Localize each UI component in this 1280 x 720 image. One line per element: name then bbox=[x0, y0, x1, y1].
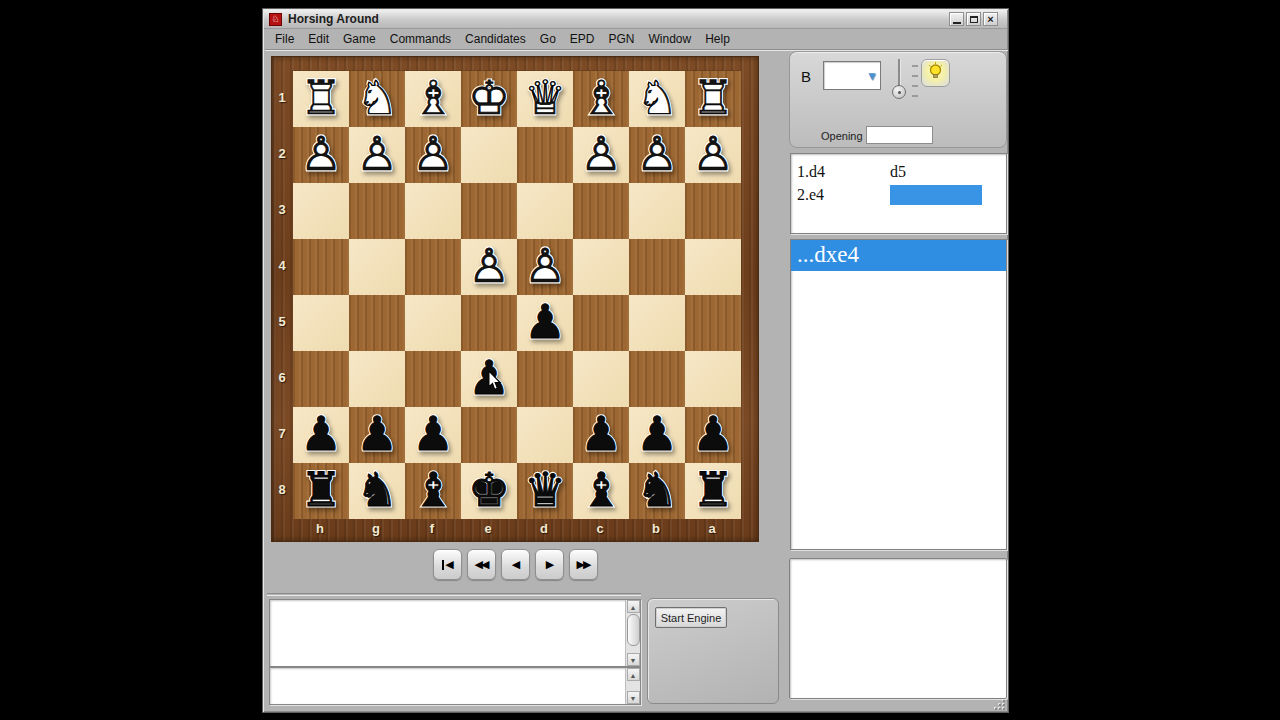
piece-white-p-f2: ♟♙ bbox=[405, 127, 461, 183]
square-a5[interactable] bbox=[685, 295, 741, 351]
restore-icon bbox=[970, 16, 978, 23]
file-label-b: b bbox=[628, 518, 684, 543]
square-g1[interactable]: ♞♘ bbox=[349, 71, 405, 127]
scrollbar[interactable]: ▲ ▼ bbox=[625, 668, 640, 704]
opening-label: Opening bbox=[821, 130, 863, 142]
piece-black-b-f8: ♝♝ bbox=[405, 463, 461, 519]
piece-black-q-d8: ♛♛ bbox=[517, 463, 573, 519]
piece-black-p-f7: ♟♟ bbox=[405, 407, 461, 463]
app-window: ♘ Horsing Around × FileEditGameCommandsC… bbox=[262, 8, 1009, 713]
hint-button[interactable] bbox=[921, 59, 950, 87]
menu-commands[interactable]: Commands bbox=[390, 32, 451, 46]
square-e2[interactable] bbox=[461, 127, 517, 183]
square-d7[interactable] bbox=[517, 407, 573, 463]
candidate-move-list[interactable]: ...dxe4 bbox=[790, 239, 1007, 550]
square-b2[interactable]: ♟♙ bbox=[629, 127, 685, 183]
square-e4[interactable]: ♟♙ bbox=[461, 239, 517, 295]
square-f6[interactable] bbox=[405, 351, 461, 407]
square-b5[interactable] bbox=[629, 295, 685, 351]
piece-white-n-g1: ♞♘ bbox=[349, 71, 405, 127]
file-label-a: a bbox=[684, 518, 740, 543]
square-h6[interactable] bbox=[293, 351, 349, 407]
menu-go[interactable]: Go bbox=[540, 32, 556, 46]
square-h1[interactable]: ♜♖ bbox=[293, 71, 349, 127]
back-button[interactable]: ◀ bbox=[501, 549, 530, 580]
square-g7[interactable]: ♟♟ bbox=[349, 407, 405, 463]
file-label-f: f bbox=[404, 518, 460, 543]
rank-label-3: 3 bbox=[272, 182, 292, 238]
square-d5[interactable]: ♟♟ bbox=[517, 295, 573, 351]
square-d6[interactable] bbox=[517, 351, 573, 407]
menu-bar: FileEditGameCommandsCandidatesGoEPDPGNWi… bbox=[265, 30, 1006, 48]
square-c1[interactable]: ♝♗ bbox=[573, 71, 629, 127]
square-a2[interactable]: ♟♙ bbox=[685, 127, 741, 183]
engine-panel: Start Engine bbox=[647, 598, 779, 704]
file-label-c: c bbox=[572, 518, 628, 543]
piece-white-q-d1: ♛♕ bbox=[517, 71, 573, 127]
piece-black-n-g8: ♞♞ bbox=[349, 463, 405, 519]
chess-board: ♜♖♞♘♝♗♚♔♛♕♝♗♞♘♜♖♟♙♟♙♟♙♟♙♟♙♟♙♟♙♟♙♟♟♟♟♟♟♟♟… bbox=[271, 56, 759, 542]
file-label-g: g bbox=[348, 518, 404, 543]
scroll-up-icon[interactable]: ▲ bbox=[627, 668, 640, 681]
piece-white-r-h1: ♜♖ bbox=[293, 71, 349, 127]
close-icon: × bbox=[987, 14, 993, 24]
square-a6[interactable] bbox=[685, 351, 741, 407]
go-to-start-button[interactable]: ◀ bbox=[433, 549, 462, 580]
square-f7[interactable]: ♟♟ bbox=[405, 407, 461, 463]
rank-label-6: 6 bbox=[272, 350, 292, 406]
move-list[interactable]: 1.d4d52.e4 bbox=[790, 153, 1007, 234]
mouse-cursor-icon bbox=[487, 371, 502, 391]
piece-white-p-e4: ♟♙ bbox=[461, 239, 517, 295]
square-e7[interactable] bbox=[461, 407, 517, 463]
square-c3[interactable] bbox=[573, 183, 629, 239]
piece-white-r-a1: ♜♖ bbox=[685, 71, 741, 127]
square-b7[interactable]: ♟♟ bbox=[629, 407, 685, 463]
bar-icon bbox=[442, 560, 444, 570]
square-g5[interactable] bbox=[349, 295, 405, 351]
square-f3[interactable] bbox=[405, 183, 461, 239]
square-g4[interactable] bbox=[349, 239, 405, 295]
piece-white-p-c2: ♟♙ bbox=[573, 127, 629, 183]
move-row[interactable]: 1.d4d5 bbox=[797, 160, 1006, 183]
file-label-h: h bbox=[292, 518, 348, 543]
square-e5[interactable] bbox=[461, 295, 517, 351]
square-b4[interactable] bbox=[629, 239, 685, 295]
rank-label-7: 7 bbox=[272, 406, 292, 462]
rank-label-8: 8 bbox=[272, 462, 292, 518]
scroll-thumb[interactable] bbox=[627, 614, 640, 646]
piece-white-p-g2: ♟♙ bbox=[349, 127, 405, 183]
square-a8[interactable]: ♜♜ bbox=[685, 463, 741, 519]
move-row[interactable]: 2.e4 bbox=[797, 183, 1006, 206]
restore-button[interactable] bbox=[966, 12, 981, 26]
scroll-down-icon[interactable]: ▼ bbox=[627, 691, 640, 704]
opening-field[interactable] bbox=[866, 126, 933, 144]
board-grid: ♜♖♞♘♝♗♚♔♛♕♝♗♞♘♜♖♟♙♟♙♟♙♟♙♟♙♟♙♟♙♟♙♟♟♟♟♟♟♟♟… bbox=[292, 70, 740, 518]
file-label-e: e bbox=[460, 518, 516, 543]
square-d3[interactable] bbox=[517, 183, 573, 239]
square-e8[interactable]: ♚♚ bbox=[461, 463, 517, 519]
menu-file[interactable]: File bbox=[275, 32, 294, 46]
piece-white-p-h2: ♟♙ bbox=[293, 127, 349, 183]
square-c5[interactable] bbox=[573, 295, 629, 351]
square-f4[interactable] bbox=[405, 239, 461, 295]
piece-white-b-f1: ♝♗ bbox=[405, 71, 461, 127]
menu-window[interactable]: Window bbox=[649, 32, 692, 46]
square-e6[interactable]: ♟♟ bbox=[461, 351, 517, 407]
square-g6[interactable] bbox=[349, 351, 405, 407]
menu-pgn[interactable]: PGN bbox=[609, 32, 635, 46]
piece-black-p-d5: ♟♟ bbox=[517, 295, 573, 351]
message-box[interactable]: ▲ ▼ bbox=[269, 667, 641, 705]
move-white[interactable]: 1.d4 bbox=[797, 163, 890, 181]
resize-grip[interactable] bbox=[995, 700, 1005, 710]
move-white[interactable]: 2.e4 bbox=[797, 186, 890, 204]
square-h5[interactable] bbox=[293, 295, 349, 351]
scrollbar[interactable]: ▲ ▼ bbox=[625, 600, 640, 666]
square-b1[interactable]: ♞♘ bbox=[629, 71, 685, 127]
menu-epd[interactable]: EPD bbox=[570, 32, 595, 46]
piece-black-n-b8: ♞♞ bbox=[629, 463, 685, 519]
piece-white-p-d4: ♟♙ bbox=[517, 239, 573, 295]
info-panel[interactable] bbox=[789, 558, 1007, 699]
strength-slider[interactable] bbox=[890, 57, 916, 103]
dropdown-arrow-icon[interactable]: ▼ bbox=[866, 69, 878, 83]
rank-label-4: 4 bbox=[272, 238, 292, 294]
menu-help[interactable]: Help bbox=[705, 32, 730, 46]
title-bar[interactable]: ♘ Horsing Around × bbox=[264, 10, 1007, 29]
square-d2[interactable] bbox=[517, 127, 573, 183]
fast-forward-icon: ▶▶ bbox=[577, 558, 590, 571]
move-navigation: ◀◀◀◀▶▶▶ bbox=[271, 549, 759, 583]
square-a1[interactable]: ♜♖ bbox=[685, 71, 741, 127]
piece-black-p-b7: ♟♟ bbox=[629, 407, 685, 463]
square-h3[interactable] bbox=[293, 183, 349, 239]
square-e1[interactable]: ♚♔ bbox=[461, 71, 517, 127]
scroll-up-icon[interactable]: ▲ bbox=[627, 600, 640, 613]
square-b8[interactable]: ♞♞ bbox=[629, 463, 685, 519]
square-a4[interactable] bbox=[685, 239, 741, 295]
menu-candidates[interactable]: Candidates bbox=[465, 32, 526, 46]
candidate-move[interactable]: ...dxe4 bbox=[791, 240, 1006, 271]
square-h4[interactable] bbox=[293, 239, 349, 295]
engine-output-box[interactable]: ▲ ▼ bbox=[269, 599, 641, 667]
piece-black-p-a7: ♟♟ bbox=[685, 407, 741, 463]
square-f8[interactable]: ♝♝ bbox=[405, 463, 461, 519]
back-icon: ◀ bbox=[512, 558, 518, 571]
square-c2[interactable]: ♟♙ bbox=[573, 127, 629, 183]
scroll-down-icon[interactable]: ▼ bbox=[627, 653, 640, 666]
start-engine-button[interactable]: Start Engine bbox=[655, 607, 727, 628]
square-a3[interactable] bbox=[685, 183, 741, 239]
piece-white-p-b2: ♟♙ bbox=[629, 127, 685, 183]
piece-black-r-h8: ♜♜ bbox=[293, 463, 349, 519]
rank-label-5: 5 bbox=[272, 294, 292, 350]
square-h2[interactable]: ♟♙ bbox=[293, 127, 349, 183]
forward-button[interactable]: ▶ bbox=[535, 549, 564, 580]
piece-black-b-c8: ♝♝ bbox=[573, 463, 629, 519]
square-a7[interactable]: ♟♟ bbox=[685, 407, 741, 463]
piece-black-p-h7: ♟♟ bbox=[293, 407, 349, 463]
square-g2[interactable]: ♟♙ bbox=[349, 127, 405, 183]
move-black[interactable] bbox=[890, 185, 1006, 205]
rank-label-2: 2 bbox=[272, 126, 292, 182]
piece-black-p-g7: ♟♟ bbox=[349, 407, 405, 463]
move-black[interactable]: d5 bbox=[890, 163, 1006, 181]
fast-back-button[interactable]: ◀◀ bbox=[467, 549, 496, 580]
close-button[interactable]: × bbox=[983, 12, 998, 26]
square-c8[interactable]: ♝♝ bbox=[573, 463, 629, 519]
window-title: Horsing Around bbox=[288, 12, 379, 26]
piece-white-n-b1: ♞♘ bbox=[629, 71, 685, 127]
engine-combo[interactable]: ▼ bbox=[823, 61, 881, 90]
square-f2[interactable]: ♟♙ bbox=[405, 127, 461, 183]
square-c4[interactable] bbox=[573, 239, 629, 295]
square-f5[interactable] bbox=[405, 295, 461, 351]
square-f1[interactable]: ♝♗ bbox=[405, 71, 461, 127]
slider-knob[interactable] bbox=[892, 85, 906, 99]
file-label-d: d bbox=[516, 518, 572, 543]
square-h8[interactable]: ♜♜ bbox=[293, 463, 349, 519]
minimize-icon bbox=[953, 22, 961, 24]
square-g3[interactable] bbox=[349, 183, 405, 239]
analysis-groupbox: B ▼ Opening bbox=[789, 51, 1007, 148]
square-e3[interactable] bbox=[461, 183, 517, 239]
fast-forward-button[interactable]: ▶▶ bbox=[569, 549, 598, 580]
minimize-button[interactable] bbox=[949, 12, 964, 26]
rank-label-1: 1 bbox=[272, 70, 292, 126]
menu-edit[interactable]: Edit bbox=[308, 32, 329, 46]
square-d4[interactable]: ♟♙ bbox=[517, 239, 573, 295]
square-c7[interactable]: ♟♟ bbox=[573, 407, 629, 463]
menu-game[interactable]: Game bbox=[343, 32, 376, 46]
fast-back-icon: ◀◀ bbox=[475, 558, 488, 571]
square-b3[interactable] bbox=[629, 183, 685, 239]
piece-black-k-e8: ♚♚ bbox=[461, 463, 517, 519]
piece-white-b-c1: ♝♗ bbox=[573, 71, 629, 127]
square-d8[interactable]: ♛♛ bbox=[517, 463, 573, 519]
go-to-start-icon: ◀ bbox=[445, 558, 451, 571]
piece-white-p-a2: ♟♙ bbox=[685, 127, 741, 183]
piece-black-p-c7: ♟♟ bbox=[573, 407, 629, 463]
piece-black-r-a8: ♜♜ bbox=[685, 463, 741, 519]
square-h7[interactable]: ♟♟ bbox=[293, 407, 349, 463]
side-to-move-label: B bbox=[801, 68, 811, 85]
app-icon: ♘ bbox=[269, 13, 282, 26]
divider bbox=[267, 593, 641, 596]
lightbulb-icon bbox=[922, 60, 949, 86]
forward-icon: ▶ bbox=[546, 558, 552, 571]
piece-white-k-e1: ♚♔ bbox=[461, 71, 517, 127]
square-b6[interactable] bbox=[629, 351, 685, 407]
square-c6[interactable] bbox=[573, 351, 629, 407]
square-g8[interactable]: ♞♞ bbox=[349, 463, 405, 519]
current-move-highlight bbox=[890, 185, 982, 205]
square-d1[interactable]: ♛♕ bbox=[517, 71, 573, 127]
